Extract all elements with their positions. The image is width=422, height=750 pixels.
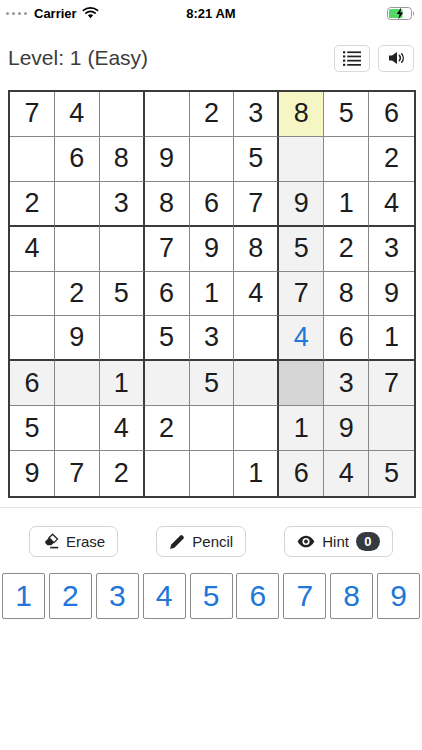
wifi-icon: [82, 7, 99, 19]
cell-r7c1[interactable]: 6: [10, 361, 55, 406]
cell-r2c5[interactable]: [190, 137, 235, 182]
numpad-button-3[interactable]: 3: [96, 573, 139, 619]
cell-r3c1[interactable]: 2: [10, 182, 55, 227]
cell-r1c2[interactable]: 4: [55, 92, 100, 137]
cell-r3c2[interactable]: [55, 182, 100, 227]
cell-r5c7[interactable]: 7: [279, 272, 324, 317]
cell-r1c6[interactable]: 3: [234, 92, 279, 137]
levels-list-button[interactable]: [334, 45, 370, 72]
cell-r4c2[interactable]: [55, 227, 100, 272]
cell-r7c2[interactable]: [55, 361, 100, 406]
cell-r7c5[interactable]: 5: [190, 361, 235, 406]
cell-r7c4[interactable]: [145, 361, 190, 406]
cell-r4c4[interactable]: 7: [145, 227, 190, 272]
cell-r6c8[interactable]: 6: [324, 316, 369, 361]
cell-r9c2[interactable]: 7: [55, 451, 100, 496]
battery-charging-icon: [387, 7, 416, 20]
cell-r9c4[interactable]: [145, 451, 190, 496]
numpad-button-1[interactable]: 1: [2, 573, 45, 619]
cell-r8c9[interactable]: [369, 406, 414, 451]
cell-r1c3[interactable]: [100, 92, 145, 137]
controls-bar: Erase Pencil Hint 0: [0, 526, 422, 557]
erase-button[interactable]: Erase: [29, 526, 118, 557]
cell-r8c6[interactable]: [234, 406, 279, 451]
cell-r1c4[interactable]: [145, 92, 190, 137]
cell-r5c8[interactable]: 8: [324, 272, 369, 317]
cell-r4c7[interactable]: 5: [279, 227, 324, 272]
cell-r8c8[interactable]: 9: [324, 406, 369, 451]
cell-r4c3[interactable]: [100, 227, 145, 272]
status-time: 8:21 AM: [186, 6, 235, 21]
cell-r5c6[interactable]: 4: [234, 272, 279, 317]
cell-r9c7[interactable]: 6: [279, 451, 324, 496]
cell-r7c6[interactable]: [234, 361, 279, 406]
hint-count-badge: 0: [356, 532, 380, 551]
cell-r6c5[interactable]: 3: [190, 316, 235, 361]
cell-r2c2[interactable]: 6: [55, 137, 100, 182]
cell-r6c2[interactable]: 9: [55, 316, 100, 361]
cell-r8c3[interactable]: 4: [100, 406, 145, 451]
cell-r4c6[interactable]: 8: [234, 227, 279, 272]
cell-r5c2[interactable]: 2: [55, 272, 100, 317]
list-icon: [343, 50, 361, 66]
numpad-button-4[interactable]: 4: [143, 573, 186, 619]
numpad-button-2[interactable]: 2: [49, 573, 92, 619]
cell-r6c7[interactable]: 4: [279, 316, 324, 361]
cell-r3c3[interactable]: 3: [100, 182, 145, 227]
cell-r5c3[interactable]: 5: [100, 272, 145, 317]
cell-r8c1[interactable]: 5: [10, 406, 55, 451]
signal-dots-icon: [6, 12, 27, 15]
cell-r8c7[interactable]: 1: [279, 406, 324, 451]
cell-r3c9[interactable]: 4: [369, 182, 414, 227]
cell-r2c3[interactable]: 8: [100, 137, 145, 182]
cell-r4c1[interactable]: 4: [10, 227, 55, 272]
status-bar: Carrier 8:21 AM: [0, 0, 422, 22]
numpad-button-8[interactable]: 8: [330, 573, 373, 619]
cell-r7c8[interactable]: 3: [324, 361, 369, 406]
cell-r9c9[interactable]: 5: [369, 451, 414, 496]
cell-r6c4[interactable]: 5: [145, 316, 190, 361]
cell-r8c2[interactable]: [55, 406, 100, 451]
cell-r4c8[interactable]: 2: [324, 227, 369, 272]
cell-r1c9[interactable]: 6: [369, 92, 414, 137]
numpad-button-7[interactable]: 7: [283, 573, 326, 619]
pencil-label: Pencil: [192, 533, 233, 550]
cell-r5c9[interactable]: 9: [369, 272, 414, 317]
cell-r9c5[interactable]: [190, 451, 235, 496]
cell-r3c6[interactable]: 7: [234, 182, 279, 227]
page-title: Level: 1 (Easy): [8, 46, 148, 70]
cell-r3c5[interactable]: 6: [190, 182, 235, 227]
cell-r4c9[interactable]: 3: [369, 227, 414, 272]
sudoku-board: 7423856689522386791447985232561478995346…: [8, 90, 416, 498]
cell-r2c6[interactable]: 5: [234, 137, 279, 182]
pencil-button[interactable]: Pencil: [156, 526, 246, 557]
cell-r9c3[interactable]: 2: [100, 451, 145, 496]
numpad-button-9[interactable]: 9: [377, 573, 420, 619]
speaker-icon: [388, 51, 405, 65]
header: Level: 1 (Easy): [0, 44, 422, 72]
cell-r6c6[interactable]: [234, 316, 279, 361]
cell-r7c7[interactable]: [279, 361, 324, 406]
cell-r5c4[interactable]: 6: [145, 272, 190, 317]
carrier-label: Carrier: [34, 6, 77, 21]
cell-r6c1[interactable]: [10, 316, 55, 361]
sound-button[interactable]: [378, 45, 414, 72]
cell-r2c8[interactable]: [324, 137, 369, 182]
cell-r4c5[interactable]: 9: [190, 227, 235, 272]
cell-r8c5[interactable]: [190, 406, 235, 451]
pencil-icon: [169, 534, 185, 550]
cell-r5c1[interactable]: [10, 272, 55, 317]
cell-r2c1[interactable]: [10, 137, 55, 182]
hint-label: Hint: [322, 533, 349, 550]
divider: [0, 507, 422, 508]
cell-r7c3[interactable]: 1: [100, 361, 145, 406]
app-screen: Carrier 8:21 AM Level: 1 (Eas: [0, 0, 422, 750]
cell-r7c9[interactable]: 7: [369, 361, 414, 406]
cell-r2c9[interactable]: 2: [369, 137, 414, 182]
cell-r1c1[interactable]: 7: [10, 92, 55, 137]
cell-r2c4[interactable]: 9: [145, 137, 190, 182]
cell-r9c1[interactable]: 9: [10, 451, 55, 496]
cell-r1c5[interactable]: 2: [190, 92, 235, 137]
cell-r6c9[interactable]: 1: [369, 316, 414, 361]
cell-r1c7[interactable]: 8: [279, 92, 324, 137]
cell-r5c5[interactable]: 1: [190, 272, 235, 317]
eye-icon: [297, 535, 315, 548]
numpad-button-5[interactable]: 5: [190, 573, 233, 619]
cell-r3c4[interactable]: 8: [145, 182, 190, 227]
hint-button[interactable]: Hint 0: [284, 526, 393, 557]
cell-r2c7[interactable]: [279, 137, 324, 182]
cell-r8c4[interactable]: 2: [145, 406, 190, 451]
eraser-icon: [42, 533, 59, 550]
cell-r9c6[interactable]: 1: [234, 451, 279, 496]
erase-label: Erase: [66, 533, 105, 550]
number-pad: 123456789: [2, 573, 420, 619]
cell-r3c7[interactable]: 9: [279, 182, 324, 227]
cell-r3c8[interactable]: 1: [324, 182, 369, 227]
cell-r9c8[interactable]: 4: [324, 451, 369, 496]
cell-r6c3[interactable]: [100, 316, 145, 361]
numpad-button-6[interactable]: 6: [236, 573, 279, 619]
cell-r1c8[interactable]: 5: [324, 92, 369, 137]
